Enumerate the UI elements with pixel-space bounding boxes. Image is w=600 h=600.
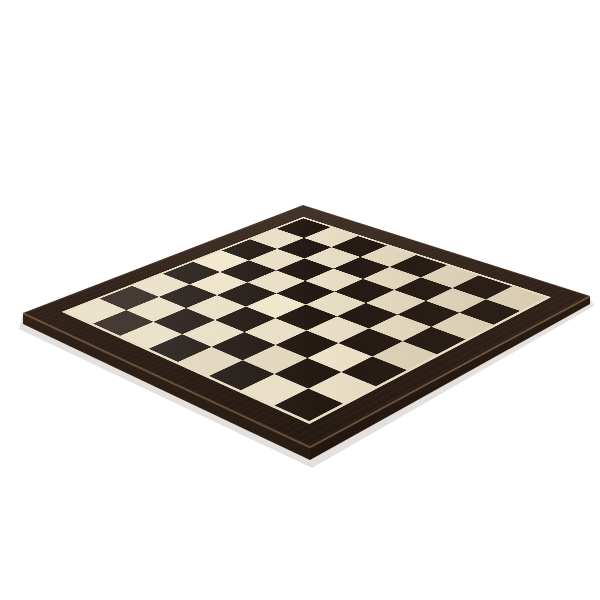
chess-board (23, 205, 590, 447)
board-playing-field (67, 218, 546, 421)
product-photo-scene (0, 0, 600, 600)
